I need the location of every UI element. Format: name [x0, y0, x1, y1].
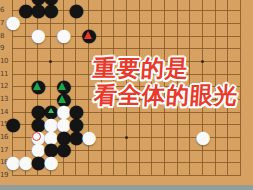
white-stone: ●: [196, 131, 209, 144]
row-label: 5: [0, 0, 9, 2]
row-label: 13: [0, 95, 9, 103]
black-stone: ●: [69, 4, 82, 17]
black-stone: ●: [44, 4, 57, 17]
row-label: 8: [0, 32, 9, 40]
white-stone: ●: [6, 156, 19, 169]
go-video-frame: 5678910111213141516171819●●●●●●●●●●●●●●●…: [0, 0, 253, 190]
black-stone: ●: [31, 80, 44, 93]
black-stone: ●: [82, 29, 95, 42]
grid-row-line: [12, 48, 241, 49]
white-stone: ●: [18, 156, 31, 169]
star-point: [125, 136, 128, 139]
black-stone: ●: [6, 118, 19, 131]
star-point: [201, 60, 204, 63]
grid-row-line: [12, 175, 241, 176]
grid-row-line: [12, 36, 241, 37]
white-stone: ●: [44, 156, 57, 169]
white-stone: ●: [82, 131, 95, 144]
black-stone: ●: [31, 156, 44, 169]
star-point: [49, 60, 52, 63]
black-stone: ●: [31, 4, 44, 17]
white-stone: ●: [6, 16, 19, 29]
row-label: 9: [0, 44, 9, 52]
video-progress-bar: [0, 185, 253, 190]
row-label: 19: [0, 171, 9, 179]
white-stone: ●: [56, 29, 69, 42]
grid-row-line: [12, 23, 241, 24]
caption-line-2: 看全体的眼光: [93, 80, 239, 111]
row-label: 11: [0, 70, 9, 78]
white-stone: ●: [31, 29, 44, 42]
row-label: 12: [0, 82, 9, 90]
row-label: 16: [0, 133, 9, 141]
row-label: 10: [0, 57, 9, 65]
